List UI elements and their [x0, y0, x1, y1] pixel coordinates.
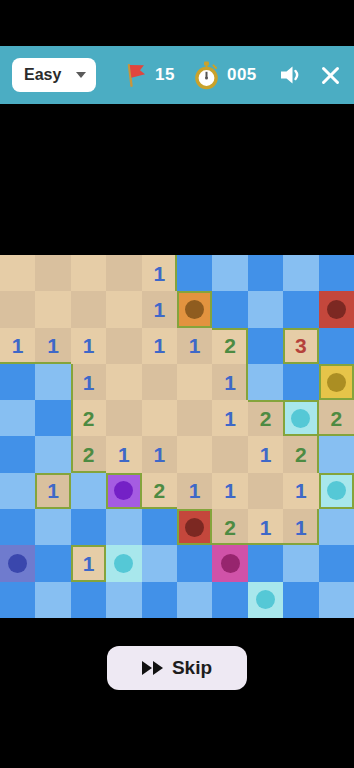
cell-r0c9-hidden-tile[interactable] — [319, 255, 354, 291]
cell-r2c1-one-adjacent-mine[interactable]: 1 — [35, 328, 70, 364]
cell-r6c0-hidden-tile[interactable] — [0, 473, 35, 509]
cell-r6c8-one-adjacent-mine[interactable]: 1 — [283, 473, 318, 509]
mine-count-number: 1 — [153, 444, 165, 465]
cell-r2c2-one-adjacent-mine[interactable]: 1 — [71, 328, 106, 364]
cell-r3c8-hidden-tile[interactable] — [283, 364, 318, 400]
cell-r1c0-revealed-empty[interactable] — [0, 291, 35, 327]
cell-r5c7-one-adjacent-mine[interactable]: 1 — [248, 436, 283, 472]
cell-r5c1-hidden-tile[interactable] — [35, 436, 70, 472]
cell-r0c7-hidden-tile[interactable] — [248, 255, 283, 291]
mine-count-number: 2 — [224, 517, 236, 538]
timer-counter: 005 — [193, 61, 257, 90]
cell-r6c6-one-adjacent-mine[interactable]: 1 — [212, 473, 247, 509]
cell-r5c0-hidden-tile[interactable] — [0, 436, 35, 472]
cell-r0c2-revealed-empty[interactable] — [71, 255, 106, 291]
cell-r3c2-one-adjacent-mine[interactable]: 1 — [71, 364, 106, 400]
mine-count-number: 1 — [83, 372, 95, 393]
cell-r9c5-hidden-tile[interactable] — [177, 582, 212, 618]
cell-r1c3-revealed-empty[interactable] — [106, 291, 141, 327]
app-screen: Easy 15 005 — [0, 0, 354, 768]
game-header: Easy 15 005 — [0, 46, 354, 104]
mine-count-number: 1 — [153, 263, 165, 284]
cell-r8c9-hidden-tile[interactable] — [319, 545, 354, 581]
cell-r8c2-one-adjacent-mine[interactable]: 1 — [71, 545, 106, 581]
cell-r6c9-cyan-dot-tile[interactable] — [319, 473, 354, 509]
cyan-dot-icon — [291, 409, 310, 428]
mine-count-number: 2 — [260, 408, 272, 429]
skip-button[interactable]: Skip — [107, 646, 247, 690]
cell-r6c2-hidden-tile[interactable] — [71, 473, 106, 509]
difficulty-label: Easy — [24, 66, 61, 84]
cell-r1c1-revealed-empty[interactable] — [35, 291, 70, 327]
mine-count-number: 1 — [47, 480, 59, 501]
cell-r6c3-purple-dot-tile[interactable] — [106, 473, 141, 509]
timer-value: 005 — [227, 65, 257, 85]
cell-r2c4-one-adjacent-mine[interactable]: 1 — [142, 328, 177, 364]
cell-r1c4-one-adjacent-mine[interactable]: 1 — [142, 291, 177, 327]
cell-r2c3-revealed-empty[interactable] — [106, 328, 141, 364]
mine-count-number: 2 — [295, 444, 307, 465]
mine-count-number: 1 — [189, 335, 201, 356]
cell-r1c5-orange-dot-tile[interactable] — [177, 291, 212, 327]
cell-r8c4-hidden-tile[interactable] — [142, 545, 177, 581]
mine-count-number: 1 — [12, 335, 24, 356]
cell-r9c6-hidden-tile[interactable] — [212, 582, 247, 618]
cell-r4c6-one-adjacent-mine[interactable]: 1 — [212, 400, 247, 436]
mine-count-number: 2 — [224, 335, 236, 356]
slate-dot-icon — [8, 554, 27, 573]
orange-dot-icon — [185, 300, 204, 319]
speaker-icon — [279, 64, 303, 86]
mine-count-number: 1 — [260, 517, 272, 538]
cell-r3c0-hidden-tile[interactable] — [0, 364, 35, 400]
cell-r4c5-revealed-empty[interactable] — [177, 400, 212, 436]
cell-r8c8-hidden-tile[interactable] — [283, 545, 318, 581]
cell-r8c5-hidden-tile[interactable] — [177, 545, 212, 581]
cell-r1c7-hidden-tile[interactable] — [248, 291, 283, 327]
cell-r7c8-one-adjacent-mine[interactable]: 1 — [283, 509, 318, 545]
cell-r4c2-two-adjacent-mines[interactable]: 2 — [71, 400, 106, 436]
red-dot-icon — [185, 518, 204, 537]
cell-r8c1-hidden-tile[interactable] — [35, 545, 70, 581]
cell-r9c9-hidden-tile[interactable] — [319, 582, 354, 618]
cell-r7c5-red-dot-tile[interactable] — [177, 509, 212, 545]
cell-r9c7-cyan-dot-tile[interactable] — [248, 582, 283, 618]
cell-r0c3-revealed-empty[interactable] — [106, 255, 141, 291]
cell-r7c9-hidden-tile[interactable] — [319, 509, 354, 545]
cell-r1c9-red-dot-tile[interactable] — [319, 291, 354, 327]
cell-r6c7-revealed-empty[interactable] — [248, 473, 283, 509]
purple-dot-icon — [114, 481, 133, 500]
mine-count-number: 1 — [118, 444, 130, 465]
skip-label: Skip — [172, 657, 212, 679]
cell-r2c6-two-adjacent-mines[interactable]: 2 — [212, 328, 247, 364]
cell-r9c1-hidden-tile[interactable] — [35, 582, 70, 618]
cell-r2c9-hidden-tile[interactable] — [319, 328, 354, 364]
fast-forward-icon — [142, 661, 163, 675]
mine-count-number: 3 — [295, 335, 307, 356]
cell-r0c0-revealed-empty[interactable] — [0, 255, 35, 291]
cell-r6c1-one-adjacent-mine[interactable]: 1 — [35, 473, 70, 509]
flag-counter: 15 — [124, 61, 175, 89]
cell-r3c9-yellow-dot-tile[interactable] — [319, 364, 354, 400]
cell-r5c6-revealed-empty[interactable] — [212, 436, 247, 472]
cell-r0c6-hidden-tile[interactable] — [212, 255, 247, 291]
cell-r9c2-hidden-tile[interactable] — [71, 582, 106, 618]
cell-r2c0-one-adjacent-mine[interactable]: 1 — [0, 328, 35, 364]
magenta-dot-icon — [221, 554, 240, 573]
cell-r2c7-hidden-tile[interactable] — [248, 328, 283, 364]
close-icon — [321, 66, 340, 85]
cell-r3c1-hidden-tile[interactable] — [35, 364, 70, 400]
cell-r7c7-one-adjacent-mine[interactable]: 1 — [248, 509, 283, 545]
close-button[interactable] — [321, 66, 340, 85]
mine-count-number: 2 — [83, 408, 95, 429]
cyan-dot-icon — [256, 590, 275, 609]
cell-r5c9-hidden-tile[interactable] — [319, 436, 354, 472]
cell-r7c4-hidden-tile[interactable] — [142, 509, 177, 545]
cell-r3c7-hidden-tile[interactable] — [248, 364, 283, 400]
yellow-dot-icon — [327, 373, 346, 392]
cell-r7c3-hidden-tile[interactable] — [106, 509, 141, 545]
minesweeper-board[interactable]: 11111112311212221112121112111 — [0, 255, 354, 618]
mine-count-number: 1 — [224, 480, 236, 501]
mine-count-number: 2 — [330, 408, 342, 429]
cell-r4c3-revealed-empty[interactable] — [106, 400, 141, 436]
mine-count-number: 1 — [295, 480, 307, 501]
mine-count-number: 1 — [153, 299, 165, 320]
cell-r7c6-two-adjacent-mines[interactable]: 2 — [212, 509, 247, 545]
cell-r0c1-revealed-empty[interactable] — [35, 255, 70, 291]
cell-r1c2-revealed-empty[interactable] — [71, 291, 106, 327]
cell-r9c0-hidden-tile[interactable] — [0, 582, 35, 618]
stopwatch-icon — [193, 61, 220, 90]
cell-r9c3-hidden-tile[interactable] — [106, 582, 141, 618]
red-dot-icon — [327, 300, 346, 319]
cell-r0c5-hidden-tile[interactable] — [177, 255, 212, 291]
cell-r9c4-hidden-tile[interactable] — [142, 582, 177, 618]
cell-r8c6-magenta-dot-tile[interactable] — [212, 545, 247, 581]
cyan-dot-icon — [114, 554, 133, 573]
cell-r0c8-hidden-tile[interactable] — [283, 255, 318, 291]
flag-icon — [124, 61, 148, 89]
cell-r5c2-two-adjacent-mines[interactable]: 2 — [71, 436, 106, 472]
cell-r5c3-one-adjacent-mine[interactable]: 1 — [106, 436, 141, 472]
chevron-down-icon — [76, 72, 86, 78]
mine-count-number: 1 — [83, 335, 95, 356]
cell-r9c8-hidden-tile[interactable] — [283, 582, 318, 618]
cell-r1c6-hidden-tile[interactable] — [212, 291, 247, 327]
mine-count-number: 1 — [224, 372, 236, 393]
cell-r8c0-slate-dot-tile[interactable] — [0, 545, 35, 581]
cell-r2c5-one-adjacent-mine[interactable]: 1 — [177, 328, 212, 364]
mine-count-number: 1 — [260, 444, 272, 465]
flags-remaining-count: 15 — [155, 65, 175, 85]
cell-r3c5-revealed-empty[interactable] — [177, 364, 212, 400]
cell-r4c7-two-adjacent-mines[interactable]: 2 — [248, 400, 283, 436]
cell-r4c0-hidden-tile[interactable] — [0, 400, 35, 436]
cell-r4c4-revealed-empty[interactable] — [142, 400, 177, 436]
cell-r0c4-one-adjacent-mine[interactable]: 1 — [142, 255, 177, 291]
cell-r7c2-hidden-tile[interactable] — [71, 509, 106, 545]
mine-count-number: 1 — [47, 335, 59, 356]
cell-r3c4-revealed-empty[interactable] — [142, 364, 177, 400]
cell-r5c5-revealed-empty[interactable] — [177, 436, 212, 472]
cell-r8c3-cyan-dot-tile[interactable] — [106, 545, 141, 581]
cell-r7c1-hidden-tile[interactable] — [35, 509, 70, 545]
mine-count-number: 2 — [83, 444, 95, 465]
mine-count-number: 1 — [83, 553, 95, 574]
cell-r4c8-cyan-dot-tile[interactable] — [283, 400, 318, 436]
cell-r4c9-two-adjacent-mines[interactable]: 2 — [319, 400, 354, 436]
cell-r5c8-two-adjacent-mines[interactable]: 2 — [283, 436, 318, 472]
mine-count-number: 1 — [189, 480, 201, 501]
mine-count-number: 2 — [153, 480, 165, 501]
cell-r1c8-hidden-tile[interactable] — [283, 291, 318, 327]
cell-r8c7-hidden-tile[interactable] — [248, 545, 283, 581]
mine-count-number: 1 — [224, 408, 236, 429]
mine-count-number: 1 — [153, 335, 165, 356]
cell-r7c0-hidden-tile[interactable] — [0, 509, 35, 545]
cell-r6c5-one-adjacent-mine[interactable]: 1 — [177, 473, 212, 509]
mine-count-number: 1 — [295, 517, 307, 538]
cell-r3c3-revealed-empty[interactable] — [106, 364, 141, 400]
cyan-dot-icon — [327, 481, 346, 500]
sound-button[interactable] — [279, 64, 303, 86]
difficulty-dropdown[interactable]: Easy — [12, 58, 96, 92]
cell-r4c1-hidden-tile[interactable] — [35, 400, 70, 436]
cell-r6c4-two-adjacent-mines[interactable]: 2 — [142, 473, 177, 509]
cell-r5c4-one-adjacent-mine[interactable]: 1 — [142, 436, 177, 472]
cell-r3c6-one-adjacent-mine[interactable]: 1 — [212, 364, 247, 400]
cell-r2c8-three-adjacent-mines[interactable]: 3 — [283, 328, 318, 364]
